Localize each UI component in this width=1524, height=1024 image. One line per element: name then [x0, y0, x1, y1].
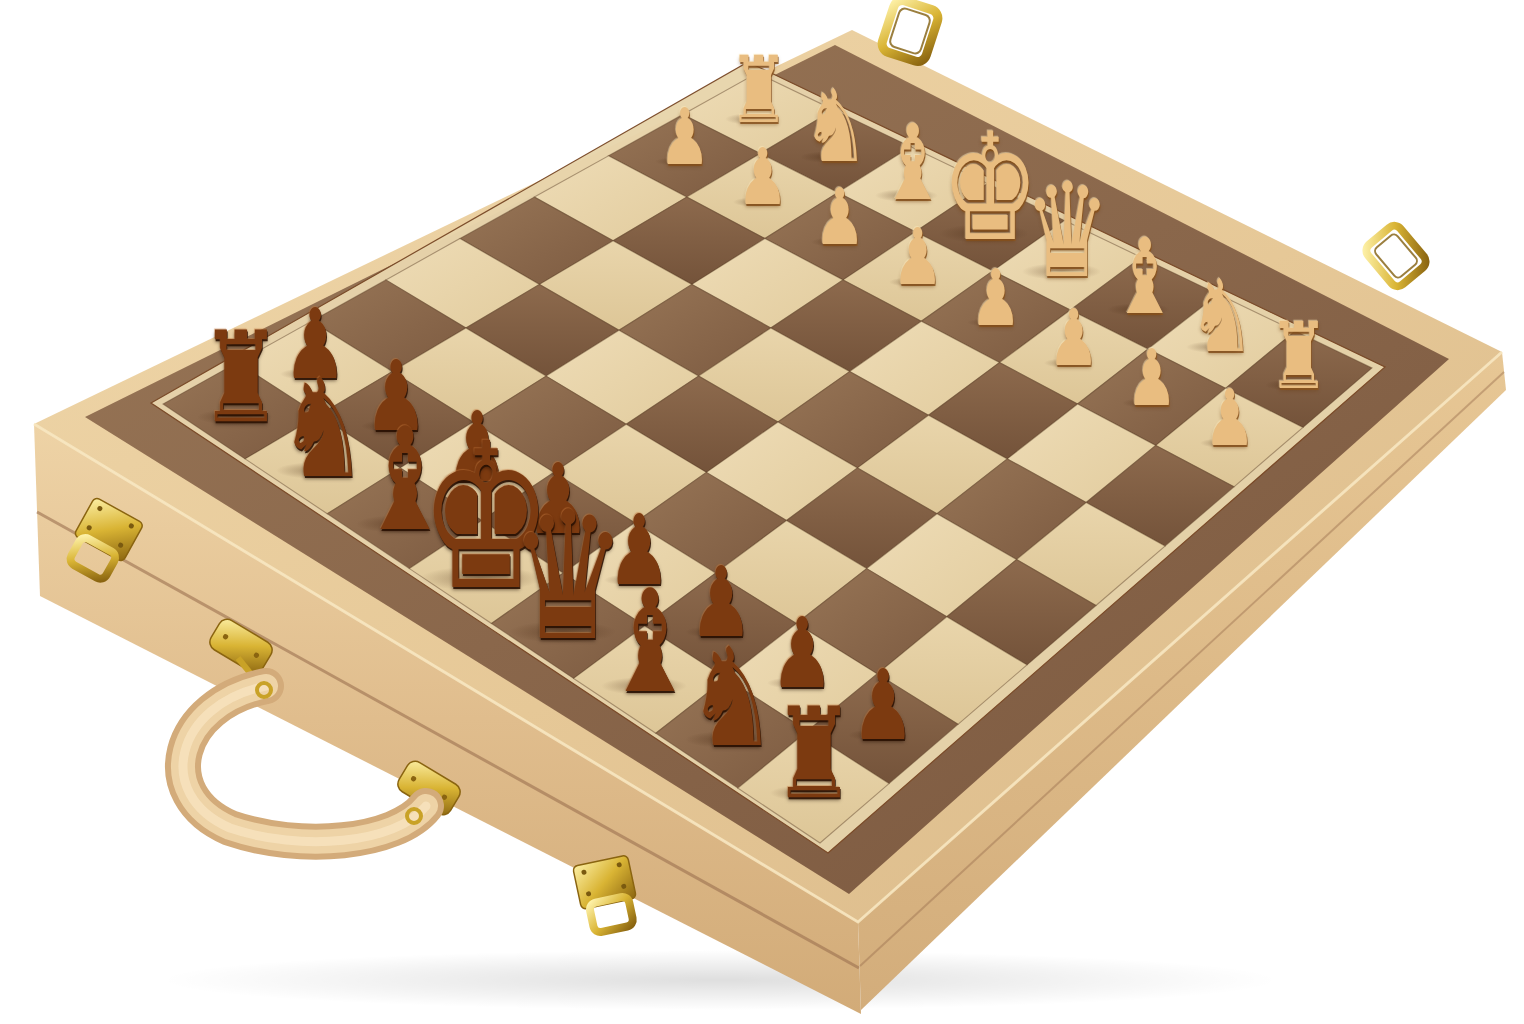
piece-light-knight-b8[interactable]: ♞: [799, 76, 873, 176]
piece-light-rook-a8[interactable]: ♜: [724, 45, 792, 137]
piece-light-bishop-f8[interactable]: ♝: [1106, 225, 1183, 329]
piece-light-knight-g8[interactable]: ♞: [1185, 266, 1259, 366]
piece-light-rook-h8[interactable]: ♜: [1265, 311, 1333, 403]
piece-dark-rook-h1[interactable]: ♜: [767, 692, 860, 818]
piece-light-pawn-a7[interactable]: ♟: [656, 99, 714, 177]
chess-case-photo: ♜♞♝♚♛♝♞♜♟♟♟♟♟♟♟♟♜♞♝♚♛♝♞♜♟♟♟♟♟♟♟♟: [0, 0, 1524, 1024]
piece-light-pawn-d7[interactable]: ♟: [889, 219, 947, 297]
pieces-layer: ♜♞♝♚♛♝♞♜♟♟♟♟♟♟♟♟♜♞♝♚♛♝♞♜♟♟♟♟♟♟♟♟: [0, 0, 1524, 1024]
piece-light-queen-e8[interactable]: ♛: [1019, 166, 1115, 297]
piece-light-pawn-g7[interactable]: ♟: [1123, 340, 1181, 418]
piece-light-pawn-c7[interactable]: ♟: [811, 179, 869, 257]
piece-light-pawn-h7[interactable]: ♟: [1201, 380, 1259, 458]
piece-light-pawn-f7[interactable]: ♟: [1045, 300, 1103, 378]
piece-light-pawn-b7[interactable]: ♟: [734, 139, 792, 217]
piece-light-pawn-e7[interactable]: ♟: [967, 260, 1025, 338]
